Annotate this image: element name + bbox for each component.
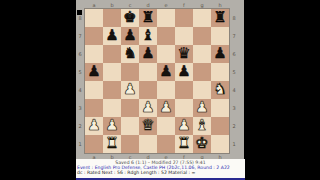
white-queen: ♛ — [139, 117, 157, 135]
square-h8[interactable]: ♜ — [211, 9, 229, 27]
white-bishop: ♝ — [193, 117, 211, 135]
square-g2[interactable]: ♝ — [193, 117, 211, 135]
square-c8[interactable]: ♚ — [121, 9, 139, 27]
square-a6[interactable] — [85, 45, 103, 63]
rank-label-left-3: 3 — [77, 99, 83, 117]
square-b4[interactable] — [103, 81, 121, 99]
black-rook: ♜ — [139, 9, 157, 27]
square-g3[interactable]: ♟ — [193, 99, 211, 117]
rank-label-left-7: 7 — [77, 27, 83, 45]
square-e4[interactable] — [157, 81, 175, 99]
square-g5[interactable] — [193, 63, 211, 81]
white-king: ♚ — [193, 135, 211, 153]
rank-label-right-2: 2 — [231, 117, 237, 135]
square-b7[interactable]: ♟ — [103, 27, 121, 45]
white-pawn: ♟ — [175, 117, 193, 135]
white-rook: ♜ — [103, 135, 121, 153]
square-h6[interactable]: ♟ — [211, 45, 229, 63]
white-pawn: ♟ — [85, 117, 103, 135]
square-f3[interactable] — [175, 99, 193, 117]
square-e2[interactable] — [157, 117, 175, 135]
white-knight: ♞ — [211, 81, 229, 99]
square-d3[interactable]: ♟ — [139, 99, 157, 117]
square-f5[interactable]: ♟ — [175, 63, 193, 81]
square-g6[interactable] — [193, 45, 211, 63]
square-c5[interactable] — [121, 63, 139, 81]
letterboxed-video-frame: abcdefgh 87654321 87654321 ♚♜♜♟♟♝♞♟♛♟♟♟♟… — [0, 0, 320, 180]
square-c7[interactable]: ♟ — [121, 27, 139, 45]
white-pawn: ♟ — [103, 117, 121, 135]
chess-board: ♚♜♜♟♟♝♞♟♛♟♟♟♟♟♞♟♟♟♟♟♛♟♝♜♜♚ — [84, 8, 230, 154]
square-e3[interactable]: ♟ — [157, 99, 175, 117]
square-g1[interactable]: ♚ — [193, 135, 211, 153]
square-g7[interactable] — [193, 27, 211, 45]
square-h5[interactable] — [211, 63, 229, 81]
white-rook: ♜ — [175, 135, 193, 153]
square-a4[interactable] — [85, 81, 103, 99]
square-f1[interactable]: ♜ — [175, 135, 193, 153]
square-a8[interactable] — [85, 9, 103, 27]
rank-label-right-1: 1 — [231, 135, 237, 153]
square-d4[interactable] — [139, 81, 157, 99]
square-h7[interactable] — [211, 27, 229, 45]
square-b3[interactable] — [103, 99, 121, 117]
square-e6[interactable] — [157, 45, 175, 63]
rank-label-right-3: 3 — [231, 99, 237, 117]
square-h3[interactable] — [211, 99, 229, 117]
square-c3[interactable] — [121, 99, 139, 117]
square-f8[interactable] — [175, 9, 193, 27]
square-c2[interactable] — [121, 117, 139, 135]
black-pawn: ♟ — [139, 45, 157, 63]
square-d5[interactable] — [139, 63, 157, 81]
square-e1[interactable] — [157, 135, 175, 153]
rank-labels-left: 87654321 — [77, 9, 83, 153]
square-d2[interactable]: ♛ — [139, 117, 157, 135]
square-h2[interactable] — [211, 117, 229, 135]
square-e8[interactable] — [157, 9, 175, 27]
black-pawn: ♟ — [175, 63, 193, 81]
square-g4[interactable] — [193, 81, 211, 99]
rank-label-left-5: 5 — [77, 63, 83, 81]
black-queen: ♛ — [175, 45, 193, 63]
black-knight: ♞ — [121, 45, 139, 63]
square-h1[interactable] — [211, 135, 229, 153]
square-f2[interactable]: ♟ — [175, 117, 193, 135]
rank-label-left-1: 1 — [77, 135, 83, 153]
square-d8[interactable]: ♜ — [139, 9, 157, 27]
square-g8[interactable] — [193, 9, 211, 27]
square-a1[interactable] — [85, 135, 103, 153]
black-king: ♚ — [121, 9, 139, 27]
rank-label-left-2: 2 — [77, 117, 83, 135]
square-b8[interactable] — [103, 9, 121, 27]
black-pawn: ♟ — [157, 63, 175, 81]
black-bishop: ♝ — [139, 27, 157, 45]
square-f7[interactable] — [175, 27, 193, 45]
square-b2[interactable]: ♟ — [103, 117, 121, 135]
square-b6[interactable] — [103, 45, 121, 63]
black-pawn: ♟ — [211, 45, 229, 63]
chess-app-frame: abcdefgh 87654321 87654321 ♚♜♜♟♟♝♞♟♛♟♟♟♟… — [76, 0, 244, 180]
square-d7[interactable]: ♝ — [139, 27, 157, 45]
game-info-panel: Saved 6 (1:1) – Modified 27 (7:55) 9:41 … — [76, 159, 245, 180]
square-f6[interactable]: ♛ — [175, 45, 193, 63]
black-pawn: ♟ — [121, 27, 139, 45]
rank-label-right-7: 7 — [231, 27, 237, 45]
black-rook: ♜ — [211, 9, 229, 27]
rank-label-right-8: 8 — [231, 9, 237, 27]
square-a7[interactable] — [85, 27, 103, 45]
square-b5[interactable] — [103, 63, 121, 81]
square-h4[interactable]: ♞ — [211, 81, 229, 99]
square-e7[interactable] — [157, 27, 175, 45]
black-pawn: ♟ — [85, 63, 103, 81]
white-pawn: ♟ — [139, 99, 157, 117]
white-pawn: ♟ — [121, 81, 139, 99]
rank-label-right-5: 5 — [231, 63, 237, 81]
square-d1[interactable] — [139, 135, 157, 153]
white-pawn: ♟ — [157, 99, 175, 117]
white-pawn: ♟ — [193, 99, 211, 117]
square-d6[interactable]: ♟ — [139, 45, 157, 63]
rank-label-right-6: 6 — [231, 45, 237, 63]
rank-label-left-6: 6 — [77, 45, 83, 63]
square-f4[interactable] — [175, 81, 193, 99]
square-a3[interactable] — [85, 99, 103, 117]
rank-label-left-4: 4 — [77, 81, 83, 99]
rank-label-right-4: 4 — [231, 81, 237, 99]
square-c4[interactable]: ♟ — [121, 81, 139, 99]
rank-labels-right: 87654321 — [231, 9, 237, 153]
square-b1[interactable]: ♜ — [103, 135, 121, 153]
square-a5[interactable]: ♟ — [85, 63, 103, 81]
square-a2[interactable]: ♟ — [85, 117, 103, 135]
square-c1[interactable] — [121, 135, 139, 153]
black-to-move-indicator — [77, 10, 82, 15]
square-c6[interactable]: ♞ — [121, 45, 139, 63]
square-e5[interactable]: ♟ — [157, 63, 175, 81]
black-pawn: ♟ — [103, 27, 121, 45]
